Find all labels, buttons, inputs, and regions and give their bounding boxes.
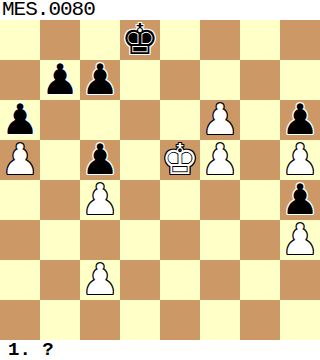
square-f8[interactable] [200, 20, 240, 60]
square-e5[interactable]: ♚ [160, 140, 200, 180]
square-e8[interactable] [160, 20, 200, 60]
square-b3[interactable] [40, 220, 80, 260]
square-d5[interactable] [120, 140, 160, 180]
square-e7[interactable] [160, 60, 200, 100]
square-d8[interactable]: ♚ [120, 20, 160, 60]
square-g6[interactable] [240, 100, 280, 140]
square-h1[interactable] [280, 300, 320, 340]
square-b6[interactable] [40, 100, 80, 140]
square-f4[interactable] [200, 180, 240, 220]
square-c8[interactable] [80, 20, 120, 60]
square-a5[interactable]: ♟ [0, 140, 40, 180]
square-h4[interactable]: ♟ [280, 180, 320, 220]
square-g8[interactable] [240, 20, 280, 60]
chess-board: ♚♟♟♟♟♟♟♟♚♟♟♟♟♟♟ [0, 20, 320, 340]
square-e3[interactable] [160, 220, 200, 260]
square-a6[interactable]: ♟ [0, 100, 40, 140]
square-a3[interactable] [0, 220, 40, 260]
square-f3[interactable] [200, 220, 240, 260]
square-h8[interactable] [280, 20, 320, 60]
square-h2[interactable] [280, 260, 320, 300]
square-e2[interactable] [160, 260, 200, 300]
square-a2[interactable] [0, 260, 40, 300]
square-b7[interactable]: ♟ [40, 60, 80, 100]
square-e1[interactable] [160, 300, 200, 340]
black-king: ♚ [121, 19, 159, 61]
square-c1[interactable] [80, 300, 120, 340]
square-e6[interactable] [160, 100, 200, 140]
square-h5[interactable]: ♟ [280, 140, 320, 180]
black-pawn: ♟ [81, 59, 119, 101]
white-pawn: ♟ [201, 139, 239, 181]
square-b1[interactable] [40, 300, 80, 340]
square-f5[interactable]: ♟ [200, 140, 240, 180]
square-h3[interactable]: ♟ [280, 220, 320, 260]
square-g7[interactable] [240, 60, 280, 100]
square-f2[interactable] [200, 260, 240, 300]
square-a8[interactable] [0, 20, 40, 60]
square-c7[interactable]: ♟ [80, 60, 120, 100]
square-d2[interactable] [120, 260, 160, 300]
square-c3[interactable] [80, 220, 120, 260]
square-g3[interactable] [240, 220, 280, 260]
square-f7[interactable] [200, 60, 240, 100]
white-king: ♚ [161, 139, 199, 181]
square-d3[interactable] [120, 220, 160, 260]
square-e4[interactable] [160, 180, 200, 220]
white-pawn: ♟ [1, 139, 39, 181]
square-d7[interactable] [120, 60, 160, 100]
square-d4[interactable] [120, 180, 160, 220]
square-a4[interactable] [0, 180, 40, 220]
square-b8[interactable] [40, 20, 80, 60]
square-f1[interactable] [200, 300, 240, 340]
square-h6[interactable]: ♟ [280, 100, 320, 140]
puzzle-title: MES.0080 [0, 0, 320, 20]
square-d1[interactable] [120, 300, 160, 340]
white-pawn: ♟ [81, 259, 119, 301]
square-g1[interactable] [240, 300, 280, 340]
square-g2[interactable] [240, 260, 280, 300]
black-pawn: ♟ [41, 59, 79, 101]
square-g4[interactable] [240, 180, 280, 220]
square-c5[interactable]: ♟ [80, 140, 120, 180]
square-c2[interactable]: ♟ [80, 260, 120, 300]
square-a1[interactable] [0, 300, 40, 340]
square-b4[interactable] [40, 180, 80, 220]
square-b2[interactable] [40, 260, 80, 300]
square-c4[interactable]: ♟ [80, 180, 120, 220]
square-d6[interactable] [120, 100, 160, 140]
square-b5[interactable] [40, 140, 80, 180]
square-f6[interactable]: ♟ [200, 100, 240, 140]
white-pawn: ♟ [281, 219, 319, 261]
white-pawn: ♟ [81, 179, 119, 221]
square-c6[interactable] [80, 100, 120, 140]
square-g5[interactable] [240, 140, 280, 180]
square-h7[interactable] [280, 60, 320, 100]
move-prompt: 1. ? [0, 340, 320, 360]
square-a7[interactable] [0, 60, 40, 100]
